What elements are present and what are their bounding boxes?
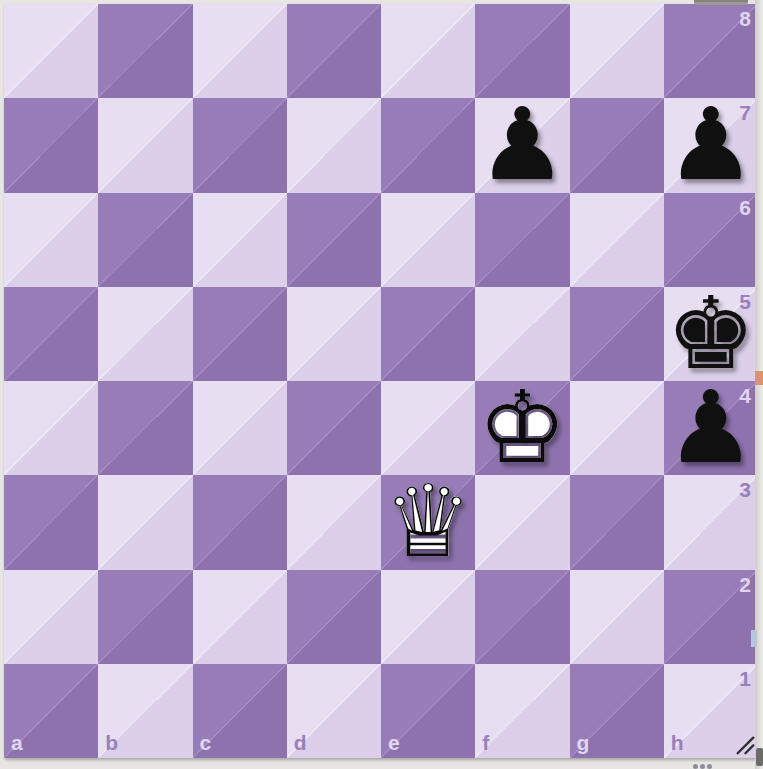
square-e6[interactable] bbox=[381, 193, 475, 287]
file-label-b: b bbox=[105, 732, 118, 753]
chess-board: 8♟7♟65♚♚♔4♟♛♕32abcdefg1h bbox=[4, 4, 758, 758]
square-b7[interactable] bbox=[98, 98, 192, 192]
white-king-icon: ♔ bbox=[475, 381, 569, 475]
square-c8[interactable] bbox=[193, 4, 287, 98]
rank-label-1: 1 bbox=[739, 668, 751, 689]
square-c1[interactable]: c bbox=[193, 664, 287, 758]
square-b5[interactable] bbox=[98, 287, 192, 381]
square-e3[interactable]: ♛♕ bbox=[381, 475, 475, 569]
square-f1[interactable]: f bbox=[475, 664, 569, 758]
square-f4[interactable]: ♚♔ bbox=[475, 381, 569, 475]
square-f3[interactable] bbox=[475, 475, 569, 569]
square-h1[interactable]: 1h bbox=[664, 664, 758, 758]
file-label-f: f bbox=[482, 732, 489, 753]
piece-white-queen[interactable]: ♛♕ bbox=[381, 475, 475, 569]
square-f2[interactable] bbox=[475, 570, 569, 664]
square-d3[interactable] bbox=[287, 475, 381, 569]
square-d7[interactable] bbox=[287, 98, 381, 192]
scrollbar-marker-blue[interactable] bbox=[751, 630, 757, 647]
square-e1[interactable]: e bbox=[381, 664, 475, 758]
board-resize-handle[interactable] bbox=[734, 734, 756, 756]
square-b2[interactable] bbox=[98, 570, 192, 664]
square-c6[interactable] bbox=[193, 193, 287, 287]
white-queen-icon: ♕ bbox=[381, 475, 475, 569]
scrollbar-end-cap bbox=[756, 748, 763, 766]
file-label-g: g bbox=[577, 732, 590, 753]
square-f5[interactable] bbox=[475, 287, 569, 381]
square-e2[interactable] bbox=[381, 570, 475, 664]
square-a2[interactable] bbox=[4, 570, 98, 664]
square-a8[interactable] bbox=[4, 4, 98, 98]
square-c7[interactable] bbox=[193, 98, 287, 192]
square-b1[interactable]: b bbox=[98, 664, 192, 758]
square-f8[interactable] bbox=[475, 4, 569, 98]
file-label-a: a bbox=[11, 732, 23, 753]
square-a6[interactable] bbox=[4, 193, 98, 287]
square-g1[interactable]: g bbox=[570, 664, 664, 758]
square-h6[interactable]: 6 bbox=[664, 193, 758, 287]
square-g6[interactable] bbox=[570, 193, 664, 287]
square-h4[interactable]: 4♟ bbox=[664, 381, 758, 475]
square-d2[interactable] bbox=[287, 570, 381, 664]
square-b4[interactable] bbox=[98, 381, 192, 475]
square-a7[interactable] bbox=[4, 98, 98, 192]
piece-black-king[interactable]: ♚ bbox=[664, 287, 758, 381]
square-h5[interactable]: 5♚ bbox=[664, 287, 758, 381]
square-b8[interactable] bbox=[98, 4, 192, 98]
square-f7[interactable]: ♟ bbox=[475, 98, 569, 192]
square-g8[interactable] bbox=[570, 4, 664, 98]
square-d4[interactable] bbox=[287, 381, 381, 475]
square-f6[interactable] bbox=[475, 193, 569, 287]
square-g3[interactable] bbox=[570, 475, 664, 569]
file-label-d: d bbox=[294, 732, 307, 753]
ellipsis-dots-partial bbox=[693, 764, 712, 769]
square-g5[interactable] bbox=[570, 287, 664, 381]
square-d8[interactable] bbox=[287, 4, 381, 98]
square-h3[interactable]: 3 bbox=[664, 475, 758, 569]
page: 8♟7♟65♚♚♔4♟♛♕32abcdefg1h bbox=[0, 0, 763, 769]
file-label-c: c bbox=[200, 732, 212, 753]
square-b6[interactable] bbox=[98, 193, 192, 287]
square-d6[interactable] bbox=[287, 193, 381, 287]
square-g4[interactable] bbox=[570, 381, 664, 475]
piece-black-pawn[interactable]: ♟ bbox=[664, 381, 758, 475]
partial-button-above-board[interactable] bbox=[694, 0, 748, 5]
square-a4[interactable] bbox=[4, 381, 98, 475]
square-h2[interactable]: 2 bbox=[664, 570, 758, 664]
square-d1[interactable]: d bbox=[287, 664, 381, 758]
black-pawn-icon: ♟ bbox=[475, 98, 569, 192]
square-e5[interactable] bbox=[381, 287, 475, 381]
square-e7[interactable] bbox=[381, 98, 475, 192]
piece-black-pawn[interactable]: ♟ bbox=[664, 98, 758, 192]
file-label-h: h bbox=[671, 732, 684, 753]
square-d5[interactable] bbox=[287, 287, 381, 381]
square-e8[interactable] bbox=[381, 4, 475, 98]
square-c5[interactable] bbox=[193, 287, 287, 381]
square-h7[interactable]: 7♟ bbox=[664, 98, 758, 192]
square-a3[interactable] bbox=[4, 475, 98, 569]
black-pawn-icon: ♟ bbox=[664, 381, 758, 475]
black-pawn-icon: ♟ bbox=[664, 98, 758, 192]
square-a1[interactable]: a bbox=[4, 664, 98, 758]
file-label-e: e bbox=[388, 732, 400, 753]
rank-label-2: 2 bbox=[739, 574, 751, 595]
square-g2[interactable] bbox=[570, 570, 664, 664]
square-e4[interactable] bbox=[381, 381, 475, 475]
square-c3[interactable] bbox=[193, 475, 287, 569]
rank-label-8: 8 bbox=[739, 8, 751, 29]
square-c2[interactable] bbox=[193, 570, 287, 664]
piece-black-pawn[interactable]: ♟ bbox=[475, 98, 569, 192]
square-c4[interactable] bbox=[193, 381, 287, 475]
square-h8[interactable]: 8 bbox=[664, 4, 758, 98]
piece-white-king[interactable]: ♚♔ bbox=[475, 381, 569, 475]
square-a5[interactable] bbox=[4, 287, 98, 381]
square-b3[interactable] bbox=[98, 475, 192, 569]
square-g7[interactable] bbox=[570, 98, 664, 192]
black-king-icon: ♚ bbox=[664, 287, 758, 381]
